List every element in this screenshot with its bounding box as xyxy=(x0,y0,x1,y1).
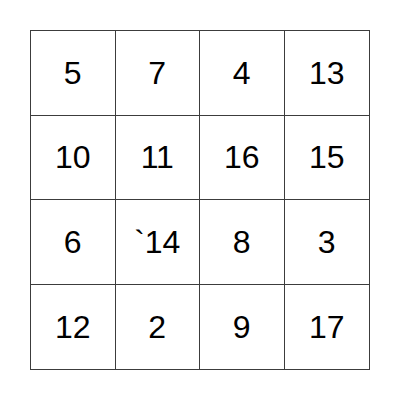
cell-r1c2[interactable]: 7 xyxy=(116,31,201,116)
cell-r1c4[interactable]: 13 xyxy=(285,31,370,116)
cell-r2c4[interactable]: 15 xyxy=(285,116,370,201)
cell-r1c3[interactable]: 4 xyxy=(200,31,285,116)
cell-r4c4[interactable]: 17 xyxy=(285,285,370,370)
cell-r2c3[interactable]: 16 xyxy=(200,116,285,201)
cell-r4c2[interactable]: 2 xyxy=(116,285,201,370)
cell-r4c1[interactable]: 12 xyxy=(31,285,116,370)
grid-4x4: 5 7 4 13 10 11 16 15 6 `14 8 3 12 2 9 17 xyxy=(30,30,370,370)
cell-r2c1[interactable]: 10 xyxy=(31,116,116,201)
cell-r1c1[interactable]: 5 xyxy=(31,31,116,116)
cell-r3c1[interactable]: 6 xyxy=(31,200,116,285)
cell-r3c2[interactable]: `14 xyxy=(116,200,201,285)
cell-r2c2[interactable]: 11 xyxy=(116,116,201,201)
cell-r3c4[interactable]: 3 xyxy=(285,200,370,285)
cell-r4c3[interactable]: 9 xyxy=(200,285,285,370)
cell-r3c3[interactable]: 8 xyxy=(200,200,285,285)
number-grid-board: 5 7 4 13 10 11 16 15 6 `14 8 3 12 2 9 17 xyxy=(30,30,370,370)
